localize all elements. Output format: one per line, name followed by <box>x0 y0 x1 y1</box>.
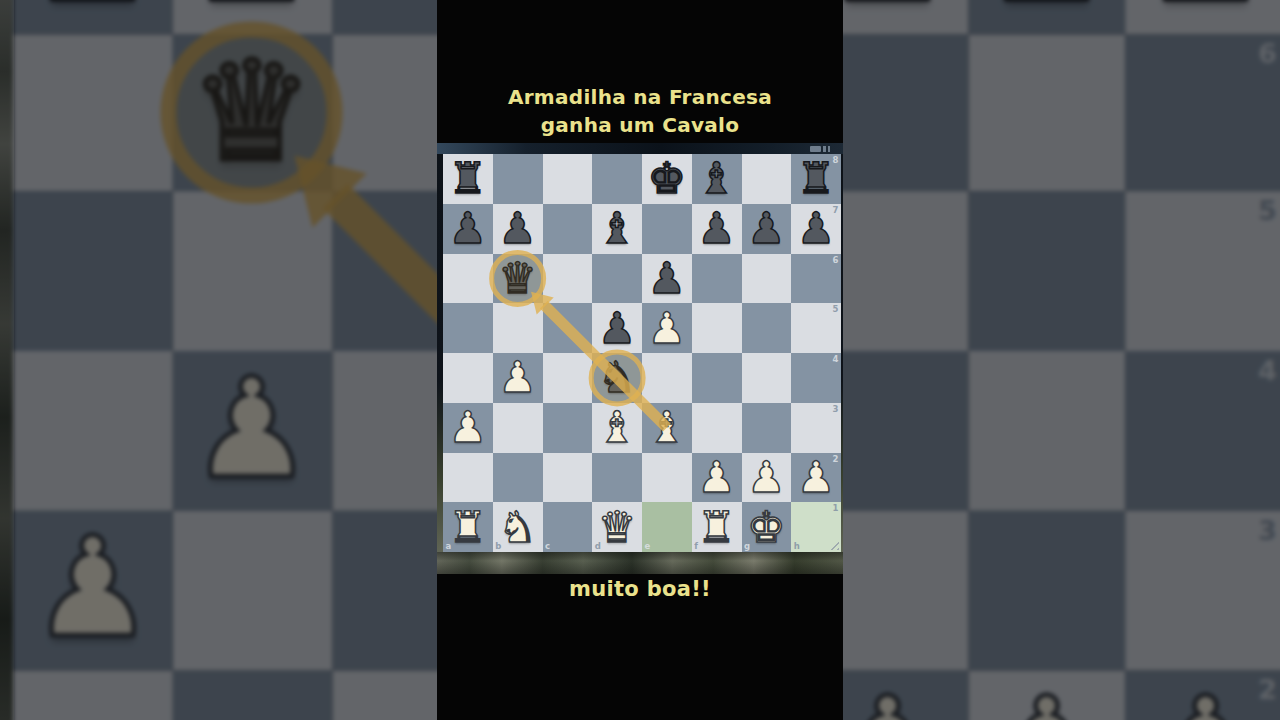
rank-label-3: 3 <box>833 404 839 414</box>
square-b4[interactable]: ♟ <box>493 353 543 403</box>
square-b8[interactable] <box>493 154 543 204</box>
piece-white-queen: ♛ <box>598 506 637 549</box>
square-d4[interactable]: ♞ <box>592 353 642 403</box>
piece-white-bishop: ♝ <box>598 406 637 449</box>
square-h1[interactable]: 1h <box>791 502 841 552</box>
piece-white-bishop: ♝ <box>648 406 687 449</box>
piece-black-king: ♚ <box>648 157 687 200</box>
square-e7[interactable] <box>642 204 692 254</box>
rank-label-5: 5 <box>833 304 839 314</box>
piece-black-pawn: ♟ <box>697 207 736 250</box>
square-g4[interactable] <box>742 353 792 403</box>
file-label-g: g <box>744 541 750 551</box>
square-c4[interactable] <box>543 353 593 403</box>
status-bar <box>437 143 843 154</box>
square-a3[interactable]: ♟ <box>443 403 493 453</box>
square-a7[interactable]: ♟ <box>443 204 493 254</box>
square-g3[interactable] <box>742 403 792 453</box>
square-e4[interactable] <box>642 353 692 403</box>
square-d2[interactable] <box>592 453 642 503</box>
piece-black-pawn: ♟ <box>747 207 786 250</box>
piece-white-pawn: ♟ <box>648 307 687 350</box>
title-line-2: ganha um Cavalo <box>541 111 740 139</box>
piece-white-pawn: ♟ <box>747 456 786 499</box>
piece-black-bishop: ♝ <box>598 207 637 250</box>
square-g8[interactable] <box>742 154 792 204</box>
square-f6[interactable] <box>692 254 742 304</box>
piece-black-pawn: ♟ <box>598 307 637 350</box>
file-label-b: b <box>495 541 501 551</box>
rank-label-6: 6 <box>833 255 839 265</box>
square-a2[interactable] <box>443 453 493 503</box>
square-f1[interactable]: ♜f <box>692 502 742 552</box>
square-h2[interactable]: ♟2 <box>791 453 841 503</box>
center-column: Armadilha na Francesa ganha um Cavalo ♜♚… <box>437 0 843 720</box>
rank-label-2: 2 <box>833 454 839 464</box>
square-g2[interactable]: ♟ <box>742 453 792 503</box>
square-h4[interactable]: 4 <box>791 353 841 403</box>
piece-white-pawn: ♟ <box>498 356 537 399</box>
square-f7[interactable]: ♟ <box>692 204 742 254</box>
square-c5[interactable] <box>543 303 593 353</box>
file-label-e: e <box>645 541 651 551</box>
square-g5[interactable] <box>742 303 792 353</box>
square-b5[interactable] <box>493 303 543 353</box>
square-a8[interactable]: ♜ <box>443 154 493 204</box>
piece-black-pawn: ♟ <box>648 257 687 300</box>
square-f3[interactable] <box>692 403 742 453</box>
file-label-c: c <box>545 541 550 551</box>
file-label-a: a <box>446 541 452 551</box>
square-d3[interactable]: ♝ <box>592 403 642 453</box>
rank-label-4: 4 <box>833 354 839 364</box>
square-b2[interactable] <box>493 453 543 503</box>
square-e3[interactable]: ♝ <box>642 403 692 453</box>
square-h5[interactable]: 5 <box>791 303 841 353</box>
square-d8[interactable] <box>592 154 642 204</box>
piece-black-queen: ♛ <box>498 257 537 300</box>
square-c2[interactable] <box>543 453 593 503</box>
piece-white-rook: ♜ <box>697 506 736 549</box>
square-a5[interactable] <box>443 303 493 353</box>
file-label-h: h <box>794 541 800 551</box>
square-b6[interactable]: ♛ <box>493 254 543 304</box>
rank-label-1: 1 <box>833 503 839 513</box>
square-c7[interactable] <box>543 204 593 254</box>
chess-app-screenshot: ♜♚♝♜8♟♟♝♟♟♟7♛♟6♟♟5♟♞4♟♝♝3♟♟♟2♜a♞bc♛de♜f♚… <box>437 143 843 574</box>
square-b7[interactable]: ♟ <box>493 204 543 254</box>
square-g6[interactable] <box>742 254 792 304</box>
rank-label-8: 8 <box>833 155 839 165</box>
square-h7[interactable]: ♟7 <box>791 204 841 254</box>
square-c6[interactable] <box>543 254 593 304</box>
square-d5[interactable]: ♟ <box>592 303 642 353</box>
square-f4[interactable] <box>692 353 742 403</box>
square-f8[interactable]: ♝ <box>692 154 742 204</box>
title-line-1: Armadilha na Francesa <box>508 83 772 111</box>
main-chess-board: ♜♚♝♜8♟♟♝♟♟♟7♛♟6♟♟5♟♞4♟♝♝3♟♟♟2♜a♞bc♛de♜f♚… <box>443 154 841 552</box>
square-e1[interactable]: e <box>642 502 692 552</box>
square-g7[interactable]: ♟ <box>742 204 792 254</box>
square-b1[interactable]: ♞b <box>493 502 543 552</box>
square-e8[interactable]: ♚ <box>642 154 692 204</box>
square-f2[interactable]: ♟ <box>692 453 742 503</box>
piece-black-pawn: ♟ <box>498 207 537 250</box>
square-h8[interactable]: ♜8 <box>791 154 841 204</box>
piece-black-rook: ♜ <box>449 157 488 200</box>
square-a1[interactable]: ♜a <box>443 502 493 552</box>
bottom-black-bar: muito boa!! <box>437 574 843 720</box>
square-d7[interactable]: ♝ <box>592 204 642 254</box>
square-h6[interactable]: 6 <box>791 254 841 304</box>
square-d1[interactable]: ♛d <box>592 502 642 552</box>
piece-white-pawn: ♟ <box>797 456 836 499</box>
caption-text: muito boa!! <box>569 576 711 602</box>
piece-black-knight: ♞ <box>598 356 637 399</box>
piece-white-pawn: ♟ <box>449 406 488 449</box>
square-c3[interactable] <box>543 403 593 453</box>
square-a4[interactable] <box>443 353 493 403</box>
piece-black-rook: ♜ <box>797 157 836 200</box>
square-e5[interactable]: ♟ <box>642 303 692 353</box>
square-h3[interactable]: 3 <box>791 403 841 453</box>
file-label-f: f <box>694 541 698 551</box>
top-black-bar: Armadilha na Francesa ganha um Cavalo <box>437 0 843 143</box>
square-b3[interactable] <box>493 403 543 453</box>
piece-white-pawn: ♟ <box>697 456 736 499</box>
piece-black-pawn: ♟ <box>797 207 836 250</box>
video-frame: ♜♚♝♜8♟♟♝♟♟♟7♛♟6♟♟5♟♞4♟♝♝3♟♟♟2♜a♞bc♛de♜f♚… <box>0 0 1280 720</box>
piece-black-pawn: ♟ <box>449 207 488 250</box>
square-e6[interactable]: ♟ <box>642 254 692 304</box>
square-d6[interactable] <box>592 254 642 304</box>
wallpaper-photo-strip <box>437 552 843 574</box>
rank-label-7: 7 <box>833 205 839 215</box>
piece-white-king: ♚ <box>747 506 786 549</box>
battery-icon <box>810 146 830 152</box>
square-c8[interactable] <box>543 154 593 204</box>
piece-white-knight: ♞ <box>498 506 537 549</box>
piece-white-rook: ♜ <box>449 506 488 549</box>
square-g1[interactable]: ♚g <box>742 502 792 552</box>
piece-black-bishop: ♝ <box>697 157 736 200</box>
file-label-d: d <box>595 541 601 551</box>
square-c1[interactable]: c <box>543 502 593 552</box>
square-f5[interactable] <box>692 303 742 353</box>
square-a6[interactable] <box>443 254 493 304</box>
square-e2[interactable] <box>642 453 692 503</box>
